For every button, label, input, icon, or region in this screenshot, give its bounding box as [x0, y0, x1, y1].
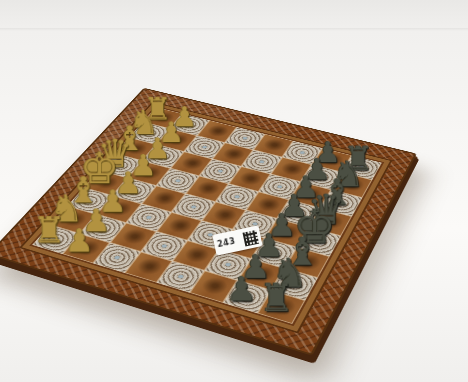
black-pawn-icon: ♟ [226, 272, 256, 306]
lot-number: 243 [217, 237, 237, 250]
chess-scene: ♜♞♝♛♚♝♞♜♟♟♟♟♟♟♟♟♟♟♟♟♟♟♟♟♜♞♝♛♚♝♞♜ [53, 39, 377, 363]
white-rook-icon: ♜ [33, 212, 65, 248]
photo-background: ♜♞♝♛♚♝♞♜♟♟♟♟♟♟♟♟♟♟♟♟♟♟♟♟♜♞♝♛♚♝♞♜ 243 [0, 0, 468, 382]
qr-code-icon [242, 229, 259, 246]
pieces-layer: ♜♞♝♛♚♝♞♜♟♟♟♟♟♟♟♟♟♟♟♟♟♟♟♟♜♞♝♛♚♝♞♜ [0, 89, 418, 358]
white-pawn-icon: ♟ [65, 225, 94, 257]
backdrop-seam [0, 28, 468, 31]
chess-board: ♜♞♝♛♚♝♞♜♟♟♟♟♟♟♟♟♟♟♟♟♟♟♟♟♜♞♝♛♚♝♞♜ [0, 88, 417, 356]
black-rook-icon: ♜ [259, 278, 294, 317]
